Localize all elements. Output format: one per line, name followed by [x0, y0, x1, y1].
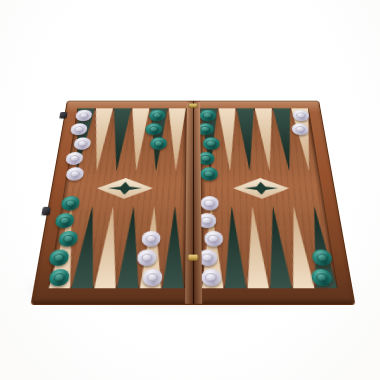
diamond-inlay [96, 178, 154, 199]
white-checker[interactable] [65, 152, 84, 165]
point-6[interactable] [201, 205, 225, 289]
white-checker[interactable] [70, 123, 88, 135]
white-checker[interactable] [291, 123, 309, 135]
diamond-star-icon [244, 182, 279, 195]
green-checker[interactable] [60, 196, 80, 210]
white-checker-stack [200, 196, 224, 286]
green-checker-stack [311, 250, 336, 287]
white-checker-stack [292, 110, 312, 135]
green-checker[interactable] [149, 110, 166, 121]
point-8[interactable] [139, 205, 165, 289]
board-left-half [48, 108, 186, 288]
point-17[interactable] [146, 108, 168, 172]
white-checker[interactable] [73, 137, 92, 149]
green-checker[interactable] [48, 250, 70, 266]
point-triangle-light [166, 108, 186, 172]
green-checker[interactable] [311, 250, 333, 266]
point-18[interactable] [166, 108, 186, 172]
green-checker-stack [199, 110, 220, 181]
clasp-latch-icon [41, 206, 51, 214]
hinge-icon [188, 255, 198, 261]
white-checker[interactable] [137, 250, 157, 266]
green-checker[interactable] [145, 123, 162, 135]
board-right-half [200, 108, 338, 288]
white-checker[interactable] [65, 167, 85, 180]
white-checker[interactable] [75, 110, 93, 121]
board-frame [31, 101, 356, 305]
white-checker[interactable] [141, 231, 161, 247]
white-checker-stack [139, 231, 164, 286]
green-checker[interactable] [48, 269, 71, 286]
right-top-points [200, 108, 319, 172]
point-7[interactable] [162, 205, 186, 289]
green-checker[interactable] [54, 213, 75, 228]
diamond-inlay [233, 178, 291, 199]
white-checker[interactable] [292, 110, 310, 121]
green-checker[interactable] [310, 269, 332, 286]
green-checker[interactable] [150, 137, 168, 149]
right-bottom-points [201, 205, 338, 289]
scene [0, 0, 380, 380]
white-checker[interactable] [204, 231, 223, 247]
backgammon-board [31, 101, 356, 305]
diamond-star-icon [107, 182, 142, 195]
hinge-icon [189, 104, 197, 108]
white-checker[interactable] [142, 269, 163, 286]
green-checker[interactable] [199, 110, 216, 121]
green-checker-stack [147, 110, 168, 150]
clasp-latch-icon [59, 112, 67, 118]
white-checker[interactable] [200, 196, 219, 210]
green-checker[interactable] [202, 137, 219, 149]
left-bottom-points [48, 205, 185, 289]
point-19[interactable] [200, 108, 220, 172]
green-checker[interactable] [58, 231, 79, 247]
center-bar [184, 101, 201, 303]
point-triangle-dark [162, 205, 186, 289]
white-checker[interactable] [201, 269, 221, 286]
left-top-points [67, 108, 186, 172]
green-checker[interactable] [200, 167, 218, 180]
